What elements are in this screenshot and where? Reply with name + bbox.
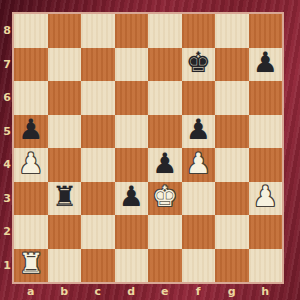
file-label-c: c xyxy=(81,283,115,299)
square-d4[interactable] xyxy=(115,148,149,182)
square-c8[interactable] xyxy=(81,14,115,48)
square-h8[interactable] xyxy=(249,14,283,48)
square-b8[interactable] xyxy=(48,14,82,48)
square-d5[interactable] xyxy=(115,115,149,149)
square-d2[interactable] xyxy=(115,215,149,249)
square-d3[interactable]: ♟ xyxy=(115,182,149,216)
rank-labels: 87654321 xyxy=(0,14,14,282)
square-h5[interactable] xyxy=(249,115,283,149)
square-h4[interactable] xyxy=(249,148,283,182)
square-e1[interactable] xyxy=(148,249,182,283)
file-label-h: h xyxy=(249,283,283,299)
black-pawn[interactable]: ♟ xyxy=(18,116,43,144)
square-g1[interactable] xyxy=(215,249,249,283)
square-c3[interactable] xyxy=(81,182,115,216)
black-pawn[interactable]: ♟ xyxy=(186,116,211,144)
rank-label-4: 4 xyxy=(0,148,14,182)
file-label-d: d xyxy=(115,283,149,299)
white-pawn[interactable]: ♟ xyxy=(186,150,211,178)
square-a8[interactable] xyxy=(14,14,48,48)
square-g4[interactable] xyxy=(215,148,249,182)
square-c5[interactable] xyxy=(81,115,115,149)
rank-label-6: 6 xyxy=(0,81,14,115)
square-h1[interactable] xyxy=(249,249,283,283)
square-c1[interactable] xyxy=(81,249,115,283)
square-c4[interactable] xyxy=(81,148,115,182)
square-e5[interactable] xyxy=(148,115,182,149)
square-c2[interactable] xyxy=(81,215,115,249)
chess-board: ♚♟♟♟♟♟♟♜♟♚♟♜ xyxy=(14,14,282,282)
square-b3[interactable]: ♜ xyxy=(48,182,82,216)
black-king[interactable]: ♚ xyxy=(186,49,211,77)
square-b7[interactable] xyxy=(48,48,82,82)
square-g5[interactable] xyxy=(215,115,249,149)
square-e3[interactable]: ♚ xyxy=(148,182,182,216)
square-a2[interactable] xyxy=(14,215,48,249)
square-h7[interactable]: ♟ xyxy=(249,48,283,82)
rank-label-7: 7 xyxy=(0,48,14,82)
square-f1[interactable] xyxy=(182,249,216,283)
black-rook[interactable]: ♜ xyxy=(52,183,77,211)
square-g2[interactable] xyxy=(215,215,249,249)
rank-label-5: 5 xyxy=(0,115,14,149)
square-b4[interactable] xyxy=(48,148,82,182)
square-a4[interactable]: ♟ xyxy=(14,148,48,182)
file-label-g: g xyxy=(215,283,249,299)
rank-label-3: 3 xyxy=(0,182,14,216)
square-b5[interactable] xyxy=(48,115,82,149)
square-e7[interactable] xyxy=(148,48,182,82)
square-c6[interactable] xyxy=(81,81,115,115)
square-a6[interactable] xyxy=(14,81,48,115)
square-e8[interactable] xyxy=(148,14,182,48)
square-d8[interactable] xyxy=(115,14,149,48)
square-b6[interactable] xyxy=(48,81,82,115)
square-a7[interactable] xyxy=(14,48,48,82)
square-d6[interactable] xyxy=(115,81,149,115)
square-g6[interactable] xyxy=(215,81,249,115)
file-label-b: b xyxy=(48,283,82,299)
white-rook[interactable]: ♜ xyxy=(18,250,43,278)
square-b2[interactable] xyxy=(48,215,82,249)
white-pawn[interactable]: ♟ xyxy=(253,183,278,211)
square-a1[interactable]: ♜ xyxy=(14,249,48,283)
black-pawn[interactable]: ♟ xyxy=(253,49,278,77)
file-label-a: a xyxy=(14,283,48,299)
square-f5[interactable]: ♟ xyxy=(182,115,216,149)
square-g8[interactable] xyxy=(215,14,249,48)
square-h2[interactable] xyxy=(249,215,283,249)
black-pawn[interactable]: ♟ xyxy=(119,183,144,211)
black-pawn[interactable]: ♟ xyxy=(152,150,177,178)
square-f7[interactable]: ♚ xyxy=(182,48,216,82)
square-d7[interactable] xyxy=(115,48,149,82)
square-a3[interactable] xyxy=(14,182,48,216)
rank-label-1: 1 xyxy=(0,249,14,283)
board-frame: ♚♟♟♟♟♟♟♜♟♚♟♜ 87654321 abcdefgh xyxy=(0,0,300,300)
file-labels: abcdefgh xyxy=(14,283,282,299)
square-g7[interactable] xyxy=(215,48,249,82)
square-h6[interactable] xyxy=(249,81,283,115)
square-f2[interactable] xyxy=(182,215,216,249)
white-king[interactable]: ♚ xyxy=(152,183,177,211)
white-pawn[interactable]: ♟ xyxy=(18,150,43,178)
rank-label-8: 8 xyxy=(0,14,14,48)
square-c7[interactable] xyxy=(81,48,115,82)
square-g3[interactable] xyxy=(215,182,249,216)
rank-label-2: 2 xyxy=(0,215,14,249)
file-label-f: f xyxy=(182,283,216,299)
square-e4[interactable]: ♟ xyxy=(148,148,182,182)
square-a5[interactable]: ♟ xyxy=(14,115,48,149)
square-e2[interactable] xyxy=(148,215,182,249)
file-label-e: e xyxy=(148,283,182,299)
square-f4[interactable]: ♟ xyxy=(182,148,216,182)
square-h3[interactable]: ♟ xyxy=(249,182,283,216)
square-f8[interactable] xyxy=(182,14,216,48)
square-d1[interactable] xyxy=(115,249,149,283)
square-f6[interactable] xyxy=(182,81,216,115)
square-b1[interactable] xyxy=(48,249,82,283)
square-e6[interactable] xyxy=(148,81,182,115)
square-f3[interactable] xyxy=(182,182,216,216)
